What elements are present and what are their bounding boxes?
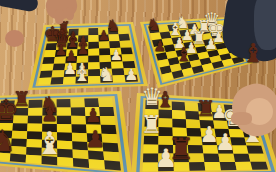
- piece-black-king: ♚: [0, 96, 19, 125]
- piece-white-bishop: ♝: [73, 64, 91, 84]
- piece-white-pawn: ♟: [215, 131, 236, 154]
- piece-black-bishop: ♝: [175, 45, 192, 64]
- piece-black-pawn: ♟: [153, 39, 166, 53]
- piece-black-pawn: ♟: [41, 105, 58, 124]
- photo-chess-tables: ♜♞♚♞♟♟♛♝♟♟♟♟♟♟♟♝♞♟♞♞♛♝♟♜♟♚♟♟♜♟♟♟♝♜♞♚♟♟♟♞…: [0, 0, 276, 172]
- piece-white-rook: ♜: [140, 112, 162, 137]
- piece-black-pawn: ♟: [98, 28, 110, 41]
- piece-white-pawn: ♟: [110, 47, 123, 62]
- piece-white-bishop: ♝: [36, 127, 64, 158]
- piece-black-pawn: ♟: [85, 129, 106, 152]
- piece-white-pawn: ♟: [124, 66, 138, 82]
- piece-white-pawn: ♟: [155, 147, 178, 172]
- piece-white-bishop: ♝: [240, 120, 265, 148]
- piece-black-pawn: ♟: [84, 105, 101, 124]
- piece-layer: ♜♞♚♞♟♟♛♝♟♟♟♟♟♟♟♝♞♟♞♞♛♝♟♜♟♚♟♟♜♟♟♟♝♜♞♚♟♟♟♞…: [0, 0, 276, 172]
- piece-white-knight: ♞: [98, 64, 115, 83]
- piece-white-pawn: ♟: [205, 37, 218, 52]
- piece-black-pawn: ♟: [76, 42, 89, 56]
- piece-black-knight: ♞: [147, 17, 161, 33]
- piece-black-knight: ♞: [0, 126, 16, 156]
- piece-black-bishop: ♝: [156, 89, 175, 110]
